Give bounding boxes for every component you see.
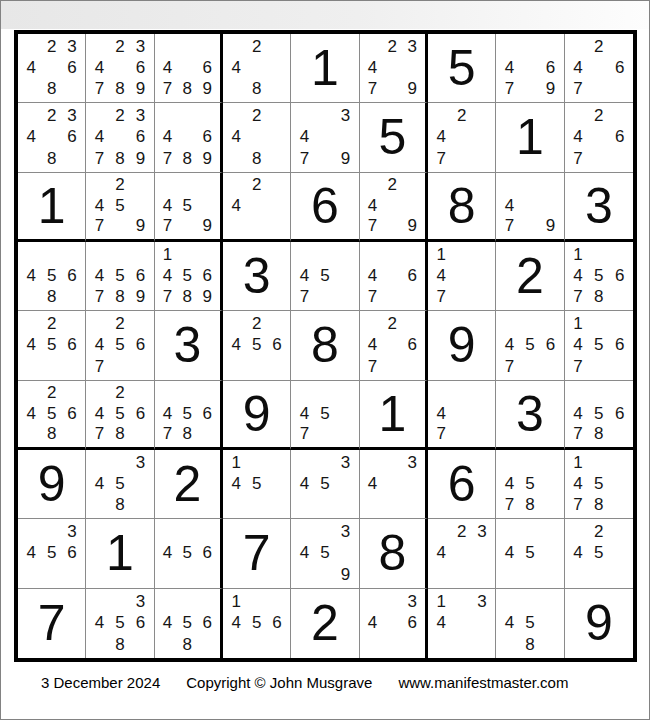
candidate-empty: [267, 591, 287, 612]
candidate-empty: [609, 494, 630, 515]
candidate-empty: [431, 634, 451, 655]
candidate-4: 4: [226, 57, 246, 78]
candidate-6: 6: [197, 265, 217, 286]
candidate-4: 4: [363, 473, 383, 494]
candidate-4: 4: [431, 265, 451, 286]
candidate-grid: 234: [428, 519, 495, 587]
cell-r9c6: 346: [360, 589, 428, 658]
candidate-empty: [315, 286, 335, 307]
cell-r2c5: 3479: [291, 103, 359, 172]
candidate-4: 4: [226, 195, 246, 215]
candidate-empty: [226, 356, 246, 377]
candidate-empty: [21, 356, 41, 377]
candidate-grid: 47: [428, 381, 495, 447]
candidate-empty: [177, 105, 197, 126]
solved-digit: 3: [565, 173, 633, 239]
candidate-6: 6: [62, 334, 82, 355]
candidate-empty: [540, 494, 560, 515]
candidate-4: 4: [158, 126, 178, 147]
candidate-empty: [267, 175, 287, 195]
candidate-empty: [294, 383, 314, 403]
candidate-empty: [267, 356, 287, 377]
cell-r5c8: 4567: [496, 311, 564, 380]
candidate-empty: [402, 494, 422, 515]
candidate-empty: [382, 334, 402, 355]
candidate-empty: [246, 452, 266, 473]
candidate-5: 5: [110, 195, 130, 215]
candidate-1: 1: [431, 591, 451, 612]
candidate-2: 2: [41, 313, 61, 334]
cell-r9c7: 134: [428, 589, 496, 658]
candidate-4: 4: [21, 403, 41, 423]
candidate-empty: [540, 473, 560, 494]
candidate-empty: [89, 452, 109, 473]
candidate-empty: [21, 286, 41, 307]
candidate-empty: [246, 126, 266, 147]
candidate-grid: 458: [496, 589, 563, 658]
candidate-4: 4: [158, 542, 178, 563]
cell-r2c8: 1: [496, 103, 564, 172]
cell-r9c9: 9: [565, 589, 633, 658]
candidate-2: 2: [246, 105, 266, 126]
candidate-empty: [609, 473, 630, 494]
candidate-empty: [267, 494, 287, 515]
candidate-empty: [89, 383, 109, 403]
candidate-empty: [177, 36, 197, 57]
candidate-4: 4: [363, 265, 383, 286]
candidate-empty: [472, 105, 492, 126]
cell-r6c3: 45678: [155, 381, 223, 450]
candidate-grid: 45678: [565, 381, 633, 447]
candidate-empty: [130, 634, 150, 655]
candidate-empty: [402, 57, 422, 78]
candidate-grid: 4568: [155, 589, 220, 658]
candidate-8: 8: [177, 78, 197, 99]
candidate-grid: 1456: [223, 589, 290, 658]
candidate-5: 5: [110, 473, 130, 494]
candidate-6: 6: [267, 334, 287, 355]
candidate-grid: 2467: [565, 34, 633, 102]
candidate-empty: [472, 148, 492, 169]
candidate-4: 4: [21, 334, 41, 355]
candidate-empty: [402, 175, 422, 195]
candidate-empty: [382, 57, 402, 78]
candidate-4: 4: [431, 403, 451, 423]
candidate-4: 4: [89, 612, 109, 633]
cell-r5c5: 8: [291, 311, 359, 380]
candidate-grid: 24567: [86, 311, 153, 379]
candidate-empty: [588, 313, 609, 334]
candidate-2: 2: [246, 36, 266, 57]
candidate-4: 4: [89, 57, 109, 78]
candidate-7: 7: [158, 424, 178, 444]
cell-r1c7: 5: [428, 34, 496, 103]
cell-r3c3: 4579: [155, 173, 223, 242]
candidate-4: 4: [568, 334, 589, 355]
candidate-5: 5: [588, 473, 609, 494]
candidate-3: 3: [62, 521, 82, 542]
candidate-7: 7: [499, 356, 519, 377]
candidate-5: 5: [177, 265, 197, 286]
candidate-5: 5: [246, 334, 266, 355]
candidate-grid: 3459: [291, 519, 358, 587]
cell-r1c2: 2346789: [86, 34, 154, 103]
candidate-grid: 2456: [18, 311, 85, 379]
candidate-empty: [568, 36, 589, 57]
candidate-8: 8: [41, 286, 61, 307]
candidate-empty: [472, 265, 492, 286]
candidate-4: 4: [21, 265, 41, 286]
candidate-3: 3: [62, 105, 82, 126]
candidate-grid: 346: [360, 589, 425, 658]
candidate-empty: [158, 521, 178, 542]
candidate-empty: [520, 78, 540, 99]
candidate-6: 6: [62, 403, 82, 423]
candidate-2: 2: [110, 36, 130, 57]
candidate-grid: 46789: [155, 34, 220, 102]
candidate-1: 1: [158, 244, 178, 265]
candidate-empty: [226, 105, 246, 126]
candidate-4: 4: [226, 126, 246, 147]
candidate-empty: [499, 36, 519, 57]
candidate-2: 2: [110, 383, 130, 403]
candidate-5: 5: [588, 542, 609, 563]
sudoku-board: 2346823467894678924812347954679246723468…: [14, 30, 637, 662]
candidate-7: 7: [568, 148, 589, 169]
candidate-3: 3: [130, 36, 150, 57]
candidate-empty: [382, 612, 402, 633]
candidate-empty: [41, 57, 61, 78]
candidate-3: 3: [130, 105, 150, 126]
candidate-1: 1: [226, 591, 246, 612]
candidate-4: 4: [21, 57, 41, 78]
candidate-empty: [363, 452, 383, 473]
candidate-6: 6: [609, 265, 630, 286]
candidate-6: 6: [197, 126, 217, 147]
candidate-9: 9: [197, 148, 217, 169]
solved-digit: 8: [360, 519, 425, 587]
candidate-empty: [588, 126, 609, 147]
candidate-4: 4: [363, 334, 383, 355]
candidate-empty: [363, 36, 383, 57]
candidate-empty: [294, 244, 314, 265]
cell-r1c1: 23468: [18, 34, 86, 103]
candidate-8: 8: [588, 494, 609, 515]
candidate-empty: [382, 452, 402, 473]
candidate-empty: [177, 521, 197, 542]
candidate-7: 7: [568, 286, 589, 307]
candidate-grid: 14578: [565, 450, 633, 518]
candidate-empty: [177, 383, 197, 403]
candidate-grid: 2346789: [86, 103, 153, 171]
candidate-empty: [294, 494, 314, 515]
cell-r7c7: 6: [428, 450, 496, 519]
cell-r6c4: 9: [223, 381, 291, 450]
candidate-empty: [226, 494, 246, 515]
candidate-8: 8: [41, 424, 61, 444]
candidate-empty: [540, 36, 560, 57]
cell-r1c3: 46789: [155, 34, 223, 103]
candidate-2: 2: [246, 175, 266, 195]
candidate-empty: [62, 148, 82, 169]
cell-r6c2: 245678: [86, 381, 154, 450]
candidate-2: 2: [382, 36, 402, 57]
candidate-2: 2: [588, 36, 609, 57]
candidate-empty: [62, 313, 82, 334]
cell-r2c6: 5: [360, 103, 428, 172]
candidate-5: 5: [110, 612, 130, 633]
candidate-empty: [21, 564, 41, 585]
candidate-empty: [158, 591, 178, 612]
candidate-4: 4: [226, 334, 246, 355]
solved-digit: 9: [565, 589, 633, 658]
candidate-5: 5: [177, 612, 197, 633]
candidate-empty: [402, 356, 422, 377]
candidate-4: 4: [568, 542, 589, 563]
candidate-9: 9: [197, 216, 217, 236]
candidate-empty: [363, 591, 383, 612]
candidate-empty: [89, 36, 109, 57]
candidate-empty: [197, 383, 217, 403]
candidate-6: 6: [197, 403, 217, 423]
cell-r5c6: 2467: [360, 311, 428, 380]
candidate-4: 4: [568, 265, 589, 286]
candidate-empty: [246, 634, 266, 655]
candidate-4: 4: [499, 612, 519, 633]
candidate-9: 9: [335, 148, 355, 169]
candidate-empty: [294, 105, 314, 126]
cell-r4c6: 467: [360, 242, 428, 311]
candidate-2: 2: [451, 521, 471, 542]
candidate-4: 4: [226, 612, 246, 633]
solved-digit: 9: [18, 450, 85, 518]
candidate-9: 9: [130, 148, 150, 169]
candidate-2: 2: [110, 105, 130, 126]
candidate-empty: [21, 521, 41, 542]
candidate-4: 4: [431, 126, 451, 147]
candidate-3: 3: [335, 452, 355, 473]
candidate-4: 4: [21, 126, 41, 147]
candidate-empty: [540, 612, 560, 633]
candidate-empty: [540, 452, 560, 473]
candidate-empty: [402, 195, 422, 215]
candidate-empty: [315, 244, 335, 265]
candidate-empty: [294, 564, 314, 585]
candidate-empty: [158, 383, 178, 403]
candidate-grid: 2346789: [86, 34, 153, 102]
candidate-empty: [382, 265, 402, 286]
candidate-6: 6: [62, 126, 82, 147]
cell-r1c8: 4679: [496, 34, 564, 103]
candidate-9: 9: [130, 216, 150, 236]
candidate-empty: [197, 634, 217, 655]
candidate-7: 7: [89, 78, 109, 99]
candidate-empty: [540, 634, 560, 655]
candidate-4: 4: [294, 126, 314, 147]
candidate-empty: [197, 424, 217, 444]
candidate-empty: [609, 286, 630, 307]
candidate-grid: 248: [223, 103, 290, 171]
candidate-5: 5: [315, 403, 335, 423]
candidate-grid: 467: [360, 242, 425, 310]
candidate-empty: [520, 313, 540, 334]
candidate-empty: [130, 175, 150, 195]
candidate-8: 8: [110, 78, 130, 99]
candidate-6: 6: [197, 612, 217, 633]
cell-r7c6: 34: [360, 450, 428, 519]
candidate-6: 6: [609, 403, 630, 423]
candidate-empty: [315, 494, 335, 515]
candidate-empty: [158, 105, 178, 126]
candidate-empty: [89, 105, 109, 126]
candidate-grid: 145678: [565, 242, 633, 310]
candidate-empty: [21, 78, 41, 99]
solved-digit: 3: [155, 311, 220, 379]
candidate-empty: [335, 473, 355, 494]
candidate-2: 2: [41, 105, 61, 126]
candidate-empty: [130, 494, 150, 515]
cell-r6c8: 3: [496, 381, 564, 450]
candidate-empty: [315, 564, 335, 585]
candidate-8: 8: [110, 634, 130, 655]
candidate-7: 7: [158, 286, 178, 307]
candidate-empty: [62, 286, 82, 307]
candidate-grid: 3479: [291, 103, 358, 171]
candidate-empty: [588, 356, 609, 377]
candidate-5: 5: [315, 473, 335, 494]
candidate-empty: [568, 383, 589, 403]
candidate-6: 6: [540, 57, 560, 78]
candidate-empty: [110, 591, 130, 612]
candidate-7: 7: [89, 356, 109, 377]
cell-r7c4: 145: [223, 450, 291, 519]
candidate-6: 6: [540, 334, 560, 355]
candidate-empty: [451, 148, 471, 169]
solved-digit: 2: [496, 242, 563, 310]
cell-r8c7: 234: [428, 519, 496, 588]
cell-r1c6: 23479: [360, 34, 428, 103]
candidate-empty: [363, 244, 383, 265]
candidate-empty: [451, 634, 471, 655]
cell-r8c6: 8: [360, 519, 428, 588]
candidate-empty: [21, 148, 41, 169]
candidate-4: 4: [158, 265, 178, 286]
cell-r9c5: 2: [291, 589, 359, 658]
candidate-empty: [363, 494, 383, 515]
candidate-5: 5: [41, 265, 61, 286]
candidate-empty: [540, 356, 560, 377]
candidate-5: 5: [520, 473, 540, 494]
candidate-9: 9: [540, 78, 560, 99]
solved-digit: 6: [428, 450, 495, 518]
cell-r8c3: 456: [155, 519, 223, 588]
candidate-empty: [588, 383, 609, 403]
cell-r6c9: 45678: [565, 381, 633, 450]
candidate-4: 4: [226, 473, 246, 494]
candidate-empty: [588, 148, 609, 169]
candidate-grid: 24568: [18, 381, 85, 447]
candidate-grid: 457: [291, 381, 358, 447]
candidate-5: 5: [588, 265, 609, 286]
candidate-empty: [382, 634, 402, 655]
candidate-empty: [472, 244, 492, 265]
candidate-5: 5: [177, 403, 197, 423]
candidate-empty: [472, 126, 492, 147]
candidate-empty: [177, 591, 197, 612]
candidate-empty: [315, 148, 335, 169]
cell-r8c4: 7: [223, 519, 291, 588]
candidate-7: 7: [568, 494, 589, 515]
candidate-8: 8: [41, 148, 61, 169]
candidate-6: 6: [130, 265, 150, 286]
candidate-5: 5: [315, 542, 335, 563]
solved-digit: 3: [496, 381, 563, 447]
candidate-empty: [158, 564, 178, 585]
candidate-empty: [363, 175, 383, 195]
candidate-grid: 46789: [155, 103, 220, 171]
candidate-empty: [540, 564, 560, 585]
candidate-grid: 245: [565, 519, 633, 587]
solved-digit: 3: [223, 242, 290, 310]
candidate-empty: [130, 244, 150, 265]
solved-digit: 6: [291, 173, 358, 239]
candidate-5: 5: [177, 542, 197, 563]
cell-r9c8: 458: [496, 589, 564, 658]
candidate-7: 7: [294, 286, 314, 307]
candidate-7: 7: [499, 216, 519, 236]
candidate-empty: [110, 126, 130, 147]
candidate-9: 9: [540, 216, 560, 236]
candidate-7: 7: [363, 78, 383, 99]
candidate-grid: 45678: [155, 381, 220, 447]
candidate-6: 6: [609, 57, 630, 78]
cell-r2c7: 247: [428, 103, 496, 172]
candidate-6: 6: [130, 126, 150, 147]
solved-digit: 7: [223, 519, 290, 587]
candidate-empty: [609, 521, 630, 542]
candidate-5: 5: [110, 334, 130, 355]
candidate-empty: [472, 383, 492, 403]
candidate-8: 8: [110, 286, 130, 307]
candidate-2: 2: [110, 313, 130, 334]
candidate-4: 4: [568, 57, 589, 78]
candidate-7: 7: [363, 286, 383, 307]
candidate-empty: [62, 383, 82, 403]
candidate-8: 8: [177, 424, 197, 444]
candidate-grid: 479: [496, 173, 563, 239]
candidate-empty: [62, 78, 82, 99]
candidate-empty: [335, 424, 355, 444]
candidate-9: 9: [197, 286, 217, 307]
candidate-empty: [267, 473, 287, 494]
cell-r5c3: 3: [155, 311, 223, 380]
cell-r4c9: 145678: [565, 242, 633, 311]
candidate-6: 6: [130, 612, 150, 633]
candidate-empty: [568, 521, 589, 542]
candidate-8: 8: [177, 286, 197, 307]
candidate-grid: 3458: [86, 450, 153, 518]
candidate-empty: [158, 175, 178, 195]
candidate-empty: [499, 564, 519, 585]
candidate-empty: [520, 564, 540, 585]
candidate-empty: [499, 591, 519, 612]
candidate-grid: 1456789: [155, 242, 220, 310]
candidate-empty: [520, 591, 540, 612]
cell-r4c4: 3: [223, 242, 291, 311]
candidate-3: 3: [130, 591, 150, 612]
candidate-empty: [520, 356, 540, 377]
candidate-6: 6: [62, 265, 82, 286]
